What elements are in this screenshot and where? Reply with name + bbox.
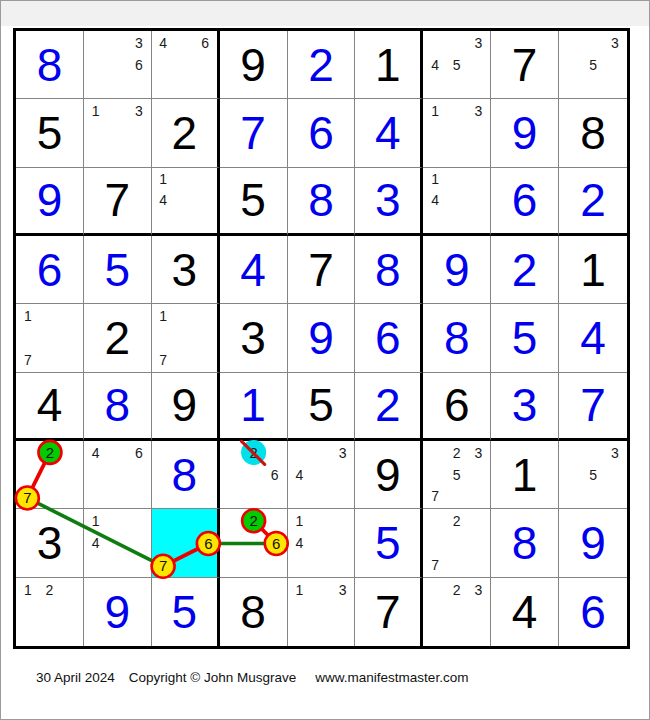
solved-digit: 8 <box>288 168 355 233</box>
pencil-marks: 35 <box>560 442 626 507</box>
given-digit: 2 <box>84 304 151 371</box>
pencil-marks <box>221 510 286 575</box>
cell-r8c3[interactable] <box>152 509 220 577</box>
pencil-mark: 5 <box>446 54 468 76</box>
footer-url: www.manifestmaster.com <box>315 670 468 685</box>
header-band <box>1 1 649 26</box>
cell-r3c7[interactable]: 14 <box>423 168 491 236</box>
pencil-mark: 5 <box>446 464 468 486</box>
cell-r7c3[interactable]: 8 <box>152 441 220 509</box>
cell-r6c5[interactable]: 5 <box>288 373 356 441</box>
given-digit: 1 <box>559 236 627 303</box>
cell-r3c1[interactable]: 9 <box>16 168 84 236</box>
given-digit: 7 <box>491 31 558 98</box>
given-digit: 9 <box>152 373 217 438</box>
given-digit: 9 <box>355 441 420 508</box>
pencil-mark: 7 <box>17 349 39 371</box>
cell-r8c6[interactable]: 5 <box>355 509 423 577</box>
cell-r5c9[interactable]: 4 <box>559 304 627 372</box>
cell-r4c9[interactable]: 1 <box>559 236 627 304</box>
footer: 30 April 2024 Copyright © John Musgrave … <box>36 670 468 685</box>
solved-digit: 2 <box>288 31 355 98</box>
pencil-marks: 36 <box>85 32 150 97</box>
cell-r4c5[interactable]: 7 <box>288 236 356 304</box>
solved-digit: 9 <box>491 99 558 166</box>
cell-r1c6[interactable]: 1 <box>355 31 423 99</box>
solved-digit: 5 <box>152 578 217 646</box>
pencil-mark: 5 <box>582 54 604 76</box>
pencil-mark: 3 <box>128 32 150 54</box>
given-digit: 5 <box>220 168 287 233</box>
cell-r2c5[interactable]: 6 <box>288 99 356 167</box>
cell-r9c2[interactable]: 9 <box>84 578 152 646</box>
given-digit: 1 <box>491 441 558 508</box>
cell-r9c7[interactable]: 23 <box>423 578 491 646</box>
cell-r6c1[interactable]: 4 <box>16 373 84 441</box>
pencil-mark: 1 <box>424 169 446 190</box>
solved-digit: 8 <box>423 304 490 371</box>
cell-r5c6[interactable]: 6 <box>355 304 423 372</box>
given-digit: 2 <box>152 99 217 166</box>
pencil-marks: 17 <box>153 305 216 370</box>
cell-r2c7[interactable]: 13 <box>423 99 491 167</box>
given-digit: 5 <box>16 99 83 166</box>
cell-r1c1[interactable]: 8 <box>16 31 84 99</box>
cell-r5c5[interactable]: 9 <box>288 304 356 372</box>
given-digit: 3 <box>220 304 287 371</box>
solved-digit: 9 <box>423 236 490 303</box>
cell-r3c6[interactable]: 3 <box>355 168 423 236</box>
cell-r1c4[interactable]: 9 <box>220 31 288 99</box>
pencil-marks: 12 <box>17 579 82 645</box>
pencil-mark: 7 <box>424 486 446 508</box>
pencil-marks: 17 <box>17 305 82 370</box>
pencil-mark: 7 <box>153 349 174 371</box>
cell-r9c5[interactable]: 13 <box>288 578 356 646</box>
cell-r3c5[interactable]: 8 <box>288 168 356 236</box>
solved-digit: 6 <box>16 236 83 303</box>
cell-r2c4[interactable]: 7 <box>220 99 288 167</box>
solved-digit: 5 <box>491 304 558 371</box>
pencil-marks: 2357 <box>424 442 489 507</box>
cell-r8c8[interactable]: 8 <box>491 509 559 577</box>
pencil-mark: 6 <box>128 442 150 464</box>
cell-r5c8[interactable]: 5 <box>491 304 559 372</box>
pencil-marks <box>17 442 82 507</box>
cell-r4c3[interactable]: 3 <box>152 236 220 304</box>
given-digit: 3 <box>16 509 83 576</box>
cell-r7c4[interactable]: 6 <box>220 441 288 509</box>
solved-digit: 5 <box>355 509 420 576</box>
footer-date: 30 April 2024 <box>36 670 115 685</box>
pencil-mark: 3 <box>468 579 490 601</box>
solved-digit: 6 <box>355 304 420 371</box>
cell-r2c9[interactable]: 8 <box>559 99 627 167</box>
cell-r5c3[interactable]: 17 <box>152 304 220 372</box>
cell-r4c7[interactable]: 9 <box>423 236 491 304</box>
solved-digit: 4 <box>559 304 627 371</box>
pencil-mark: 4 <box>153 190 174 211</box>
cell-r6c3[interactable]: 9 <box>152 373 220 441</box>
cell-r9c3[interactable]: 5 <box>152 578 220 646</box>
solved-digit: 9 <box>559 509 627 576</box>
cell-r5c1[interactable]: 17 <box>16 304 84 372</box>
pencil-mark: 3 <box>604 442 626 464</box>
sudoku-board: 8364692134573551327641398971458314626534… <box>13 28 630 649</box>
solved-digit: 7 <box>220 99 287 166</box>
given-digit: 3 <box>152 236 217 303</box>
cell-r5c4[interactable]: 3 <box>220 304 288 372</box>
pencil-mark: 3 <box>468 100 490 122</box>
pencil-mark: 7 <box>424 554 446 576</box>
pencil-marks: 13 <box>85 100 150 165</box>
cell-r2c2[interactable]: 13 <box>84 99 152 167</box>
given-digit: 7 <box>355 578 420 646</box>
pencil-mark: 2 <box>446 510 468 532</box>
cell-r8c4[interactable] <box>220 509 288 577</box>
cell-r8c1[interactable]: 3 <box>16 509 84 577</box>
footer-copyright: Copyright © John Musgrave <box>129 670 297 685</box>
pencil-mark: 3 <box>332 579 354 601</box>
cell-r9c6[interactable]: 7 <box>355 578 423 646</box>
cell-r8c7[interactable]: 27 <box>423 509 491 577</box>
cell-r7c8[interactable]: 1 <box>491 441 559 509</box>
pencil-marks: 14 <box>85 510 150 575</box>
pencil-mark: 1 <box>85 510 107 532</box>
pencil-mark: 6 <box>195 32 216 54</box>
pencil-marks: 14 <box>289 510 354 575</box>
cell-r3c3[interactable]: 14 <box>152 168 220 236</box>
cell-r6c4[interactable]: 1 <box>220 373 288 441</box>
solved-digit: 6 <box>288 99 355 166</box>
pencil-marks: 34 <box>289 442 354 507</box>
pencil-mark: 1 <box>289 579 311 601</box>
pencil-mark: 1 <box>424 100 446 122</box>
solved-digit: 8 <box>152 441 217 508</box>
solved-digit: 4 <box>355 99 420 166</box>
pencil-mark: 3 <box>468 32 490 54</box>
solved-digit: 6 <box>491 168 558 233</box>
solved-digit: 6 <box>559 578 627 646</box>
cell-r3c2[interactable]: 7 <box>84 168 152 236</box>
page: 8364692134573551327641398971458314626534… <box>0 0 650 720</box>
pencil-mark: 1 <box>153 305 174 327</box>
cell-r2c3[interactable]: 2 <box>152 99 220 167</box>
solved-digit: 9 <box>16 168 83 233</box>
pencil-mark: 4 <box>289 532 311 554</box>
pencil-mark: 4 <box>85 532 107 554</box>
pencil-mark: 1 <box>17 579 39 601</box>
given-digit: 7 <box>288 236 355 303</box>
cell-r3c8[interactable]: 6 <box>491 168 559 236</box>
cell-r2c8[interactable]: 9 <box>491 99 559 167</box>
solved-digit: 8 <box>16 31 83 98</box>
cell-r7c5[interactable]: 34 <box>288 441 356 509</box>
solved-digit: 8 <box>491 509 558 576</box>
pencil-marks: 13 <box>424 100 489 165</box>
pencil-marks: 13 <box>289 579 354 645</box>
solved-digit: 2 <box>355 373 420 438</box>
pencil-mark: 3 <box>332 442 354 464</box>
cell-r4c8[interactable]: 2 <box>491 236 559 304</box>
cell-r8c9[interactable]: 9 <box>559 509 627 577</box>
cell-r9c8[interactable]: 4 <box>491 578 559 646</box>
cell-r6c8[interactable]: 3 <box>491 373 559 441</box>
cell-r7c1[interactable] <box>16 441 84 509</box>
pencil-marks: 14 <box>424 169 489 232</box>
cell-r1c2[interactable]: 36 <box>84 31 152 99</box>
cell-r1c3[interactable]: 46 <box>152 31 220 99</box>
solved-digit: 3 <box>355 168 420 233</box>
pencil-mark: 2 <box>39 579 61 601</box>
pencil-mark: 3 <box>468 442 490 464</box>
given-digit: 4 <box>491 578 558 646</box>
cell-r5c2[interactable]: 2 <box>84 304 152 372</box>
cell-r9c1[interactable]: 12 <box>16 578 84 646</box>
pencil-mark: 2 <box>446 442 468 464</box>
pencil-marks: 35 <box>560 32 626 97</box>
pencil-mark: 1 <box>17 305 39 327</box>
pencil-mark: 4 <box>424 54 446 76</box>
given-digit: 8 <box>220 578 287 646</box>
pencil-marks: 46 <box>85 442 150 507</box>
cell-r9c9[interactable]: 6 <box>559 578 627 646</box>
pencil-marks: 345 <box>424 32 489 97</box>
pencil-mark: 1 <box>85 100 107 122</box>
cell-r6c6[interactable]: 2 <box>355 373 423 441</box>
given-digit: 4 <box>16 373 83 438</box>
pencil-mark: 6 <box>128 54 150 76</box>
cell-r4c4[interactable]: 4 <box>220 236 288 304</box>
solved-digit: 7 <box>559 373 627 438</box>
solved-digit: 9 <box>288 304 355 371</box>
pencil-marks: 46 <box>153 32 216 97</box>
cell-r1c7[interactable]: 345 <box>423 31 491 99</box>
given-digit: 1 <box>355 31 420 98</box>
pencil-mark: 1 <box>153 169 174 190</box>
cell-r1c9[interactable]: 35 <box>559 31 627 99</box>
cell-r8c2[interactable]: 14 <box>84 509 152 577</box>
pencil-mark: 3 <box>128 100 150 122</box>
cell-r7c7[interactable]: 2357 <box>423 441 491 509</box>
pencil-mark: 6 <box>264 464 286 486</box>
cell-r2c1[interactable]: 5 <box>16 99 84 167</box>
pencil-marks: 6 <box>221 442 286 507</box>
solved-digit: 9 <box>84 578 151 646</box>
cell-r1c8[interactable]: 7 <box>491 31 559 99</box>
solved-digit: 1 <box>220 373 287 438</box>
pencil-mark: 4 <box>289 464 311 486</box>
solved-digit: 4 <box>220 236 287 303</box>
solved-digit: 5 <box>84 236 151 303</box>
cell-r6c9[interactable]: 7 <box>559 373 627 441</box>
cell-r3c9[interactable]: 2 <box>559 168 627 236</box>
solved-digit: 8 <box>84 373 151 438</box>
pencil-mark: 3 <box>604 32 626 54</box>
given-digit: 6 <box>423 373 490 438</box>
solved-digit: 2 <box>559 168 627 233</box>
cell-r8c5[interactable]: 14 <box>288 509 356 577</box>
pencil-marks: 27 <box>424 510 489 575</box>
cell-r9c4[interactable]: 8 <box>220 578 288 646</box>
pencil-mark: 1 <box>289 510 311 532</box>
given-digit: 8 <box>559 99 627 166</box>
cell-r6c7[interactable]: 6 <box>423 373 491 441</box>
pencil-marks: 23 <box>424 579 489 645</box>
pencil-mark: 4 <box>85 442 107 464</box>
pencil-mark: 2 <box>446 579 468 601</box>
solved-digit: 2 <box>491 236 558 303</box>
solved-digit: 8 <box>355 236 420 303</box>
solved-digit: 3 <box>491 373 558 438</box>
cell-r7c2[interactable]: 46 <box>84 441 152 509</box>
pencil-mark: 5 <box>582 464 604 486</box>
cell-r7c6[interactable]: 9 <box>355 441 423 509</box>
given-digit: 5 <box>288 373 355 438</box>
pencil-mark: 4 <box>424 190 446 211</box>
cell-r7c9[interactable]: 35 <box>559 441 627 509</box>
cell-r4c6[interactable]: 8 <box>355 236 423 304</box>
cell-r6c2[interactable]: 8 <box>84 373 152 441</box>
given-digit: 7 <box>84 168 151 233</box>
pencil-marks: 14 <box>153 169 216 232</box>
cell-r1c5[interactable]: 2 <box>288 31 356 99</box>
cell-r5c7[interactable]: 8 <box>423 304 491 372</box>
cell-r3c4[interactable]: 5 <box>220 168 288 236</box>
cell-r4c1[interactable]: 6 <box>16 236 84 304</box>
cell-r4c2[interactable]: 5 <box>84 236 152 304</box>
pencil-marks <box>153 510 216 575</box>
pencil-mark: 4 <box>153 32 174 54</box>
given-digit: 9 <box>220 31 287 98</box>
cell-r2c6[interactable]: 4 <box>355 99 423 167</box>
